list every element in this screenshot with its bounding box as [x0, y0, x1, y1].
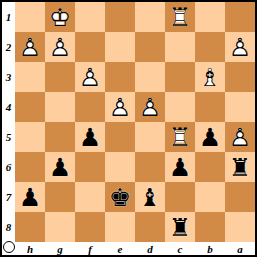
file-label-d: d [135, 242, 165, 255]
square-b2[interactable] [195, 32, 225, 62]
square-h6[interactable] [15, 152, 45, 182]
rank-labels: 12345678 [2, 2, 15, 242]
square-d3[interactable] [135, 62, 165, 92]
square-h4[interactable] [15, 92, 45, 122]
piece-white-pawn[interactable]: ♟♙ [15, 32, 45, 62]
square-c7[interactable] [165, 182, 195, 212]
rank-label-1: 1 [2, 2, 15, 32]
file-label-e: e [105, 242, 135, 255]
square-h1[interactable] [15, 2, 45, 32]
square-g2[interactable]: ♟♙ [45, 32, 75, 62]
square-g1[interactable]: ♚♔ [45, 2, 75, 32]
white-to-move-indicator [3, 241, 15, 253]
piece-white-pawn[interactable]: ♟♙ [225, 32, 255, 62]
square-b5[interactable]: ♟ [195, 122, 225, 152]
square-a6[interactable]: ♜ [225, 152, 255, 182]
square-a8[interactable] [225, 212, 255, 242]
square-a4[interactable] [225, 92, 255, 122]
piece-white-pawn[interactable]: ♟♙ [135, 92, 165, 122]
square-a5[interactable]: ♟♙ [225, 122, 255, 152]
square-e1[interactable] [105, 2, 135, 32]
square-c3[interactable] [165, 62, 195, 92]
square-d5[interactable] [135, 122, 165, 152]
square-e2[interactable] [105, 32, 135, 62]
square-h7[interactable]: ♟ [15, 182, 45, 212]
square-f4[interactable] [75, 92, 105, 122]
square-g6[interactable]: ♟ [45, 152, 75, 182]
file-label-g: g [45, 242, 75, 255]
piece-black-pawn[interactable]: ♟ [165, 152, 195, 182]
square-d1[interactable] [135, 2, 165, 32]
file-labels: hgfedcba [15, 242, 255, 255]
rank-label-2: 2 [2, 32, 15, 62]
rank-label-6: 6 [2, 152, 15, 182]
piece-white-rook[interactable]: ♜♖ [165, 122, 195, 152]
chess-diagram: 12345678 ♚♔♜♖♟♙♟♙♟♙♟♙♝♗♟♙♟♙♟♜♖♟♟♙♟♟♜♟♚♝♜… [0, 0, 257, 257]
piece-white-pawn[interactable]: ♟♙ [225, 122, 255, 152]
piece-white-pawn[interactable]: ♟♙ [105, 92, 135, 122]
file-label-b: b [195, 242, 225, 255]
square-h3[interactable] [15, 62, 45, 92]
piece-black-rook[interactable]: ♜ [165, 212, 195, 242]
square-a2[interactable]: ♟♙ [225, 32, 255, 62]
square-d8[interactable] [135, 212, 165, 242]
piece-black-rook[interactable]: ♜ [225, 152, 255, 182]
square-e6[interactable] [105, 152, 135, 182]
square-h8[interactable] [15, 212, 45, 242]
square-f3[interactable]: ♟♙ [75, 62, 105, 92]
rank-label-8: 8 [2, 212, 15, 242]
square-b4[interactable] [195, 92, 225, 122]
rank-label-3: 3 [2, 62, 15, 92]
square-a3[interactable] [225, 62, 255, 92]
rank-label-4: 4 [2, 92, 15, 122]
piece-black-bishop[interactable]: ♝ [135, 182, 165, 212]
square-h5[interactable] [15, 122, 45, 152]
square-f8[interactable] [75, 212, 105, 242]
square-b7[interactable] [195, 182, 225, 212]
square-f5[interactable]: ♟ [75, 122, 105, 152]
square-e5[interactable] [105, 122, 135, 152]
square-c1[interactable]: ♜♖ [165, 2, 195, 32]
square-d7[interactable]: ♝ [135, 182, 165, 212]
square-c4[interactable] [165, 92, 195, 122]
piece-black-pawn[interactable]: ♟ [75, 122, 105, 152]
square-h2[interactable]: ♟♙ [15, 32, 45, 62]
square-a7[interactable] [225, 182, 255, 212]
square-a1[interactable] [225, 2, 255, 32]
square-e7[interactable]: ♚ [105, 182, 135, 212]
square-c6[interactable]: ♟ [165, 152, 195, 182]
file-label-f: f [75, 242, 105, 255]
square-c2[interactable] [165, 32, 195, 62]
square-f6[interactable] [75, 152, 105, 182]
square-f1[interactable] [75, 2, 105, 32]
square-e4[interactable]: ♟♙ [105, 92, 135, 122]
piece-black-pawn[interactable]: ♟ [15, 182, 45, 212]
file-label-h: h [15, 242, 45, 255]
square-b3[interactable]: ♝♗ [195, 62, 225, 92]
file-label-c: c [165, 242, 195, 255]
piece-black-pawn[interactable]: ♟ [195, 122, 225, 152]
square-b8[interactable] [195, 212, 225, 242]
square-g7[interactable] [45, 182, 75, 212]
piece-black-king[interactable]: ♚ [105, 182, 135, 212]
square-f2[interactable] [75, 32, 105, 62]
square-d4[interactable]: ♟♙ [135, 92, 165, 122]
rank-label-5: 5 [2, 122, 15, 152]
square-f7[interactable] [75, 182, 105, 212]
rank-label-7: 7 [2, 182, 15, 212]
piece-white-rook[interactable]: ♜♖ [165, 2, 195, 32]
piece-black-pawn[interactable]: ♟ [45, 152, 75, 182]
square-g8[interactable] [45, 212, 75, 242]
square-g5[interactable] [45, 122, 75, 152]
square-d6[interactable] [135, 152, 165, 182]
square-c5[interactable]: ♜♖ [165, 122, 195, 152]
square-g3[interactable] [45, 62, 75, 92]
piece-white-bishop[interactable]: ♝♗ [195, 62, 225, 92]
file-label-a: a [225, 242, 255, 255]
square-e3[interactable] [105, 62, 135, 92]
chess-board: ♚♔♜♖♟♙♟♙♟♙♟♙♝♗♟♙♟♙♟♜♖♟♟♙♟♟♜♟♚♝♜ [15, 2, 255, 242]
square-e8[interactable] [105, 212, 135, 242]
square-b6[interactable] [195, 152, 225, 182]
square-d2[interactable] [135, 32, 165, 62]
square-c8[interactable]: ♜ [165, 212, 195, 242]
piece-white-pawn[interactable]: ♟♙ [45, 32, 75, 62]
square-g4[interactable] [45, 92, 75, 122]
piece-white-pawn[interactable]: ♟♙ [75, 62, 105, 92]
piece-white-king[interactable]: ♚♔ [45, 2, 75, 32]
diagram-inner: 12345678 ♚♔♜♖♟♙♟♙♟♙♟♙♝♗♟♙♟♙♟♜♖♟♟♙♟♟♜♟♚♝♜… [2, 2, 255, 255]
square-b1[interactable] [195, 2, 225, 32]
